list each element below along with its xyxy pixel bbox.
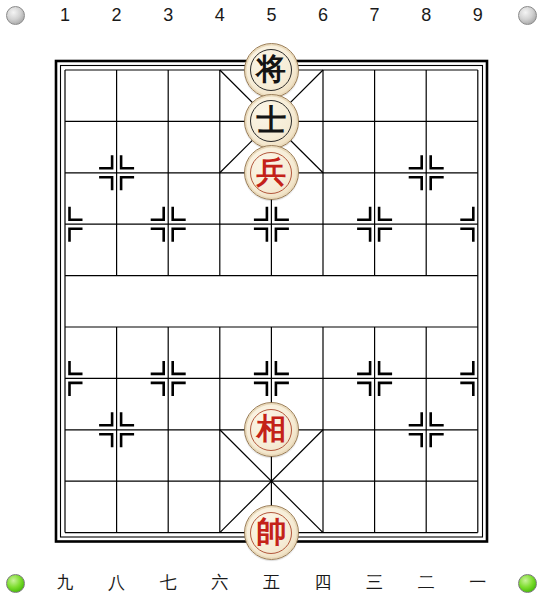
red-general-disc: 帥 <box>250 512 292 554</box>
point-2-8[interactable] <box>91 404 143 455</box>
point-4-4[interactable] <box>194 198 246 249</box>
point-3-7[interactable] <box>142 353 194 404</box>
point-3-5[interactable] <box>142 250 194 301</box>
point-7-2[interactable] <box>349 96 401 147</box>
point-3-4[interactable] <box>142 198 194 249</box>
point-7-6[interactable] <box>349 301 401 352</box>
board-grid: 将士兵相帥 <box>39 44 503 558</box>
black-general-glyph: 将 <box>256 54 286 84</box>
point-5-4[interactable] <box>246 198 298 249</box>
red-elephant[interactable]: 相 <box>244 402 299 457</box>
point-1-4[interactable] <box>39 198 91 249</box>
point-1-8[interactable] <box>39 404 91 455</box>
point-3-6[interactable] <box>142 301 194 352</box>
point-6-4[interactable] <box>297 198 349 249</box>
file-label-top-9: 9 <box>473 5 483 26</box>
file-label-bottom-9: 一 <box>469 571 486 594</box>
point-2-9[interactable] <box>91 455 143 506</box>
point-3-10[interactable] <box>142 507 194 558</box>
point-8-10[interactable] <box>400 507 452 558</box>
point-4-9[interactable] <box>194 455 246 506</box>
point-6-1[interactable] <box>297 44 349 95</box>
file-label-bottom-7: 三 <box>366 571 383 594</box>
red-soldier-glyph: 兵 <box>256 157 286 187</box>
point-8-2[interactable] <box>400 96 452 147</box>
point-9-5[interactable] <box>452 250 504 301</box>
file-label-top-8: 8 <box>421 5 431 26</box>
point-8-8[interactable] <box>400 404 452 455</box>
stud-icon-bottom-right <box>518 574 537 593</box>
point-8-7[interactable] <box>400 353 452 404</box>
point-3-1[interactable] <box>142 44 194 95</box>
point-9-9[interactable] <box>452 455 504 506</box>
point-1-7[interactable] <box>39 353 91 404</box>
red-soldier-disc: 兵 <box>250 152 292 194</box>
point-8-1[interactable] <box>400 44 452 95</box>
point-6-10[interactable] <box>297 507 349 558</box>
point-7-8[interactable] <box>349 404 401 455</box>
point-1-6[interactable] <box>39 301 91 352</box>
point-7-7[interactable] <box>349 353 401 404</box>
red-general[interactable]: 帥 <box>244 505 299 560</box>
point-6-6[interactable] <box>297 301 349 352</box>
point-5-6[interactable] <box>246 301 298 352</box>
black-advisor[interactable]: 士 <box>244 94 299 149</box>
stud-icon-top-right <box>518 6 537 25</box>
point-1-1[interactable] <box>39 44 91 95</box>
point-2-10[interactable] <box>91 507 143 558</box>
point-3-2[interactable] <box>142 96 194 147</box>
point-4-3[interactable] <box>194 147 246 198</box>
point-5-10[interactable]: 帥 <box>246 507 298 558</box>
point-8-6[interactable] <box>400 301 452 352</box>
red-general-glyph: 帥 <box>256 517 286 547</box>
black-advisor-disc: 士 <box>250 100 292 142</box>
point-7-10[interactable] <box>349 507 401 558</box>
point-8-3[interactable] <box>400 147 452 198</box>
point-7-5[interactable] <box>349 250 401 301</box>
file-label-bottom-4: 六 <box>211 571 228 594</box>
black-advisor-glyph: 士 <box>256 105 286 135</box>
black-general-disc: 将 <box>250 49 292 91</box>
point-2-6[interactable] <box>91 301 143 352</box>
point-5-2[interactable]: 士 <box>246 96 298 147</box>
point-3-9[interactable] <box>142 455 194 506</box>
point-2-1[interactable] <box>91 44 143 95</box>
red-elephant-disc: 相 <box>250 409 292 451</box>
stud-icon-top-left <box>6 6 25 25</box>
file-label-bottom-2: 八 <box>108 571 125 594</box>
point-6-8[interactable] <box>297 404 349 455</box>
point-9-4[interactable] <box>452 198 504 249</box>
point-3-8[interactable] <box>142 404 194 455</box>
point-2-4[interactable] <box>91 198 143 249</box>
file-label-top-6: 6 <box>318 5 328 26</box>
file-label-top-5: 5 <box>266 5 276 26</box>
point-6-2[interactable] <box>297 96 349 147</box>
point-7-1[interactable] <box>349 44 401 95</box>
point-7-4[interactable] <box>349 198 401 249</box>
point-1-3[interactable] <box>39 147 91 198</box>
file-label-top-7: 7 <box>370 5 380 26</box>
file-label-top-3: 3 <box>163 5 173 26</box>
point-1-2[interactable] <box>39 96 91 147</box>
point-2-2[interactable] <box>91 96 143 147</box>
point-9-3[interactable] <box>452 147 504 198</box>
point-6-7[interactable] <box>297 353 349 404</box>
point-4-6[interactable] <box>194 301 246 352</box>
point-9-10[interactable] <box>452 507 504 558</box>
point-4-8[interactable] <box>194 404 246 455</box>
point-5-1[interactable]: 将 <box>246 44 298 95</box>
point-1-9[interactable] <box>39 455 91 506</box>
point-9-7[interactable] <box>452 353 504 404</box>
point-4-2[interactable] <box>194 96 246 147</box>
point-6-5[interactable] <box>297 250 349 301</box>
point-9-6[interactable] <box>452 301 504 352</box>
point-2-3[interactable] <box>91 147 143 198</box>
point-5-5[interactable] <box>246 250 298 301</box>
point-8-4[interactable] <box>400 198 452 249</box>
red-soldier[interactable]: 兵 <box>244 145 299 200</box>
point-5-7[interactable] <box>246 353 298 404</box>
file-label-top-1: 1 <box>60 5 70 26</box>
point-2-7[interactable] <box>91 353 143 404</box>
point-5-8[interactable]: 相 <box>246 404 298 455</box>
point-5-3[interactable]: 兵 <box>246 147 298 198</box>
point-7-3[interactable] <box>349 147 401 198</box>
point-4-10[interactable] <box>194 507 246 558</box>
red-elephant-glyph: 相 <box>256 414 286 444</box>
point-4-1[interactable] <box>194 44 246 95</box>
point-2-5[interactable] <box>91 250 143 301</box>
point-7-9[interactable] <box>349 455 401 506</box>
file-label-bottom-6: 四 <box>315 571 332 594</box>
file-label-bottom-1: 九 <box>57 571 74 594</box>
point-5-9[interactable] <box>246 455 298 506</box>
file-label-bottom-3: 七 <box>160 571 177 594</box>
point-1-10[interactable] <box>39 507 91 558</box>
point-4-5[interactable] <box>194 250 246 301</box>
file-label-top-4: 4 <box>215 5 225 26</box>
black-general[interactable]: 将 <box>244 43 299 98</box>
point-9-2[interactable] <box>452 96 504 147</box>
file-label-bottom-8: 二 <box>418 571 435 594</box>
file-label-bottom-5: 五 <box>263 571 280 594</box>
point-4-7[interactable] <box>194 353 246 404</box>
xiangqi-board-app: 将士兵相帥 123456789九八七六五四三二一 <box>0 0 547 600</box>
point-9-8[interactable] <box>452 404 504 455</box>
point-1-5[interactable] <box>39 250 91 301</box>
point-8-9[interactable] <box>400 455 452 506</box>
point-6-3[interactable] <box>297 147 349 198</box>
file-label-top-2: 2 <box>112 5 122 26</box>
point-3-3[interactable] <box>142 147 194 198</box>
point-8-5[interactable] <box>400 250 452 301</box>
point-6-9[interactable] <box>297 455 349 506</box>
stud-icon-bottom-left <box>6 574 25 593</box>
point-9-1[interactable] <box>452 44 504 95</box>
